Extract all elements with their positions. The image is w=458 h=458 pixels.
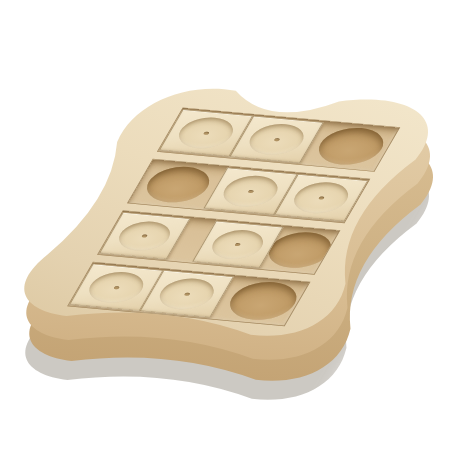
finger-dimple (153, 276, 222, 311)
dimple-center-dot (141, 234, 148, 237)
dimple-center-dot (203, 131, 210, 134)
finger-dimple (112, 219, 177, 252)
finger-dimple (242, 122, 311, 157)
finger-dimple (172, 115, 241, 150)
treat-well (221, 279, 305, 322)
finger-dimple (287, 180, 356, 215)
product-photo-stage (0, 0, 458, 458)
dimple-center-dot (113, 286, 120, 289)
finger-dimple (205, 228, 270, 261)
slider-block[interactable] (192, 221, 283, 268)
dimple-center-dot (235, 243, 242, 246)
slider-block[interactable] (99, 212, 190, 259)
finger-dimple (216, 174, 285, 209)
treat-well (310, 125, 392, 167)
dimple-center-dot (184, 292, 191, 295)
dimple-center-dot (273, 138, 280, 141)
dimple-center-dot (247, 190, 254, 193)
treat-well (138, 164, 217, 205)
dimple-center-dot (318, 196, 325, 199)
finger-dimple (82, 270, 151, 305)
